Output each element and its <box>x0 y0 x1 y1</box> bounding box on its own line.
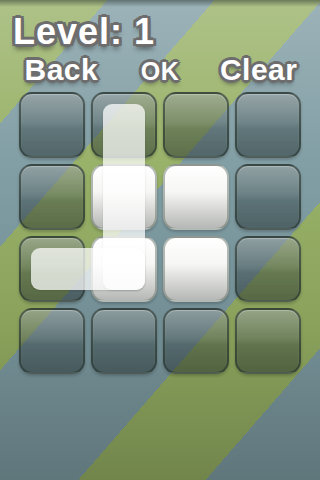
tile-r4c3[interactable] <box>163 308 229 374</box>
level-title: Level: 1 <box>13 14 155 50</box>
tile-r2c4[interactable] <box>235 164 301 230</box>
tile-r3c3[interactable] <box>163 236 229 302</box>
back-button[interactable]: Back <box>12 55 111 85</box>
piece-horizontal-segment[interactable] <box>31 248 145 290</box>
top-shade <box>0 0 320 7</box>
clear-button[interactable]: Clear <box>209 55 308 85</box>
tile-r1c1[interactable] <box>19 92 85 158</box>
tile-r4c2[interactable] <box>91 308 157 374</box>
tile-r1c4[interactable] <box>235 92 301 158</box>
tile-r2c1[interactable] <box>19 164 85 230</box>
tile-r2c3[interactable] <box>163 164 229 230</box>
game-screen: Level: 1 Back OK Clear <box>0 0 320 480</box>
ok-button[interactable]: OK <box>111 59 210 84</box>
board-grid <box>19 92 301 374</box>
tile-r4c1[interactable] <box>19 308 85 374</box>
tile-r1c3[interactable] <box>163 92 229 158</box>
tile-r4c4[interactable] <box>235 308 301 374</box>
menu-bar: Back OK Clear <box>0 55 320 85</box>
tile-r3c4[interactable] <box>235 236 301 302</box>
